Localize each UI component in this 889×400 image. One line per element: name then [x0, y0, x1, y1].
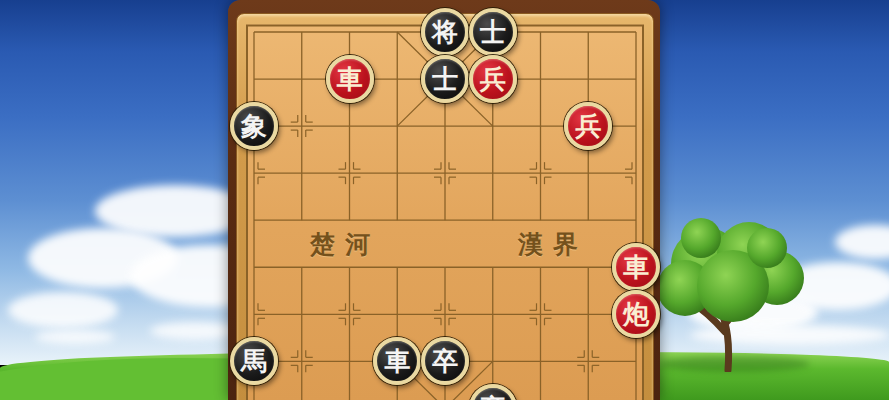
piece-black-general[interactable]: 将 — [421, 8, 469, 56]
piece-red-chariot[interactable]: 車 — [612, 243, 660, 291]
cloud — [8, 292, 118, 328]
piece-red-soldier[interactable]: 兵 — [564, 102, 612, 150]
piece-red-soldier[interactable]: 兵 — [469, 55, 517, 103]
cloud — [150, 322, 240, 340]
cloud — [35, 330, 115, 344]
tree — [645, 212, 825, 372]
piece-black-horse[interactable]: 馬 — [230, 337, 278, 385]
piece-black-elephant[interactable]: 象 — [230, 102, 278, 150]
river-label-right: 漢界 — [518, 228, 588, 261]
river-label-left: 楚河 — [310, 228, 380, 261]
piece-black-soldier[interactable]: 卒 — [421, 337, 469, 385]
piece-red-cannon[interactable]: 炮 — [612, 290, 660, 338]
piece-red-chariot[interactable]: 車 — [326, 55, 374, 103]
game-scene: 楚河 漢界 将士車士兵象兵車炮馬車卒卒 — [0, 0, 889, 400]
piece-black-advisor[interactable]: 士 — [469, 8, 517, 56]
piece-black-advisor[interactable]: 士 — [421, 55, 469, 103]
